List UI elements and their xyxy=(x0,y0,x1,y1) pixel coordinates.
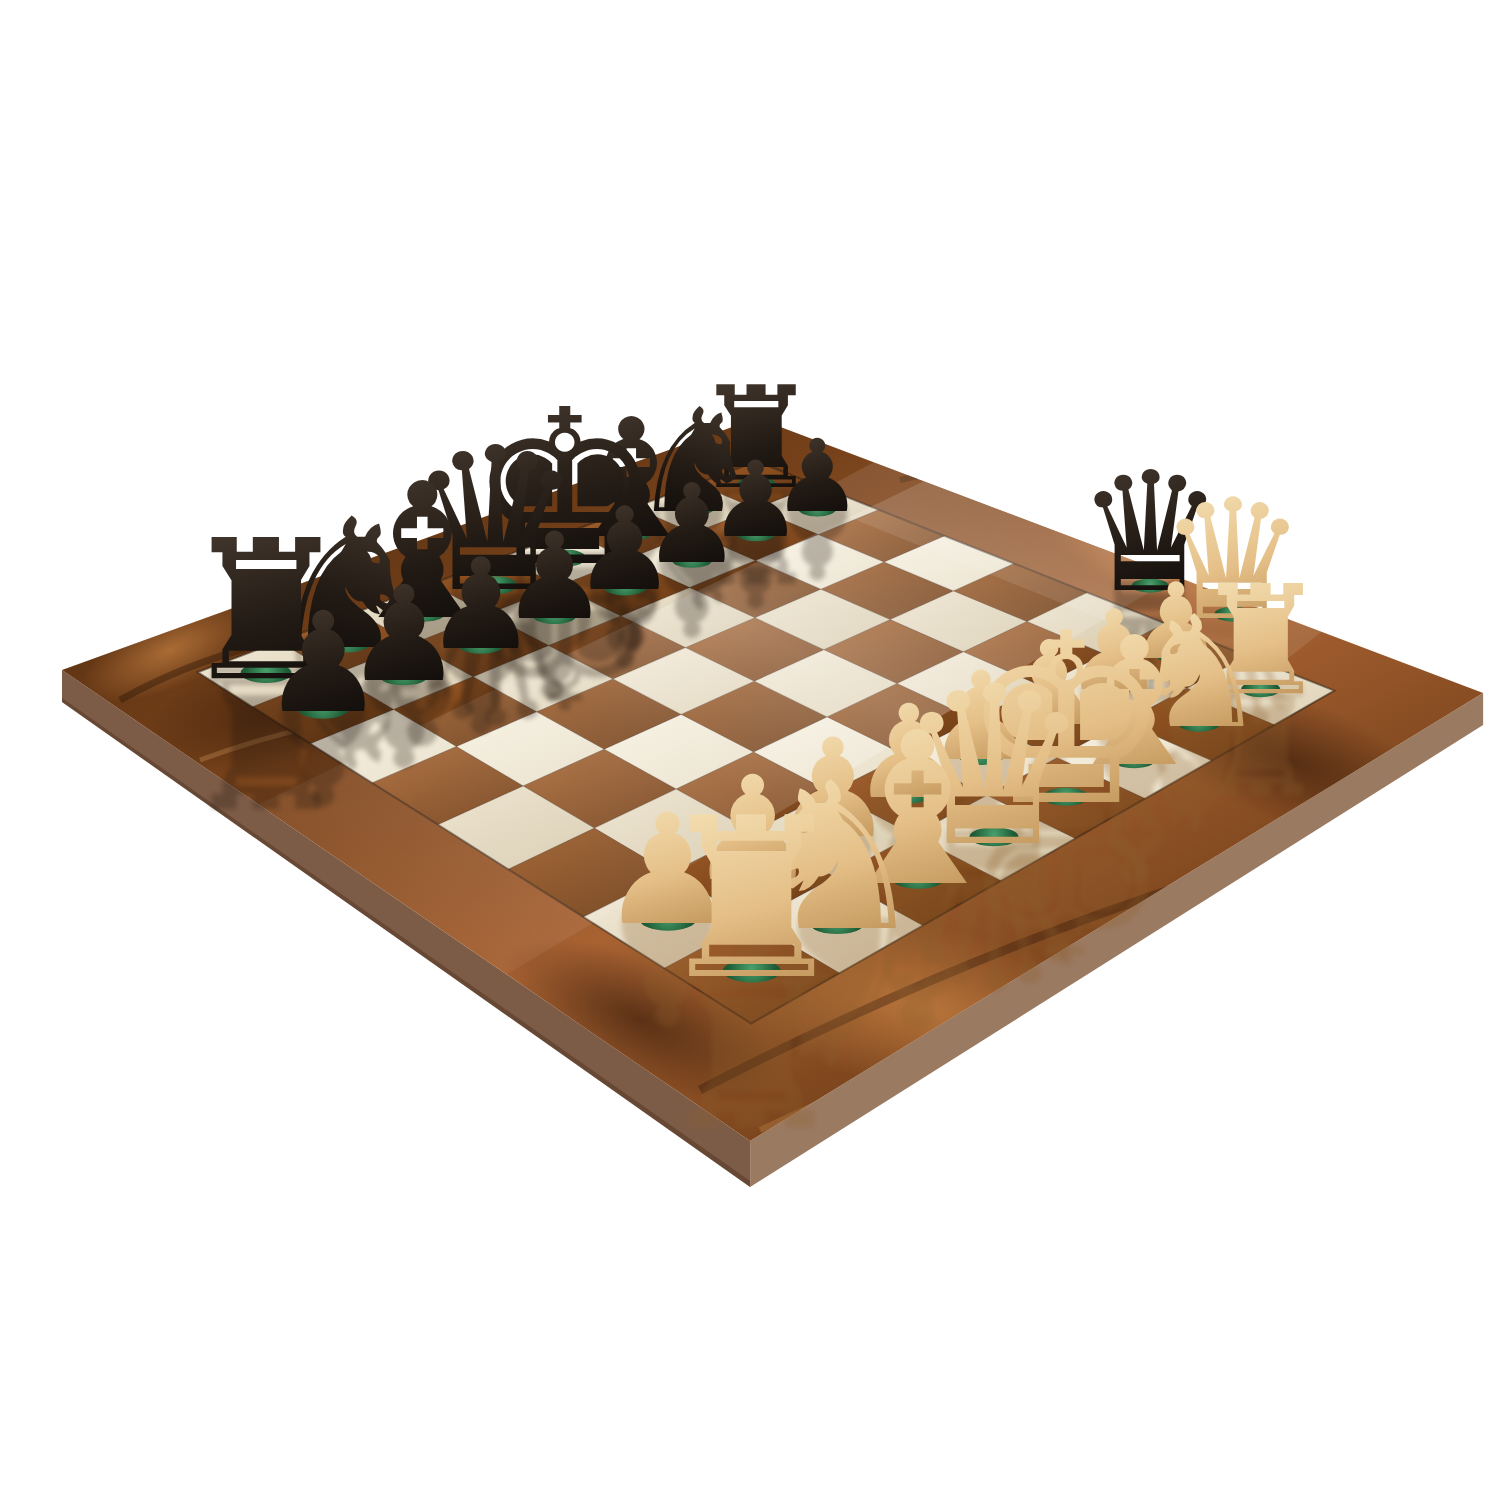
chess-set-photo: ♜♜♞♞♟♟♝♝♟♟♚♚♟♟♛♛♛♛♟♟♝♝♛♛♟♟♞♞♟♟♟♟♜♜♟♟♟♟♜♜… xyxy=(0,0,1500,1500)
pawn-glyph: ♟ xyxy=(261,594,385,733)
rook-glyph: ♜ xyxy=(652,789,851,1011)
pieces-layer: ♜♜♞♞♟♟♝♝♟♟♚♚♟♟♛♛♛♛♟♟♝♝♛♛♟♟♞♞♟♟♟♟♜♜♟♟♟♟♜♜… xyxy=(0,0,1500,1500)
